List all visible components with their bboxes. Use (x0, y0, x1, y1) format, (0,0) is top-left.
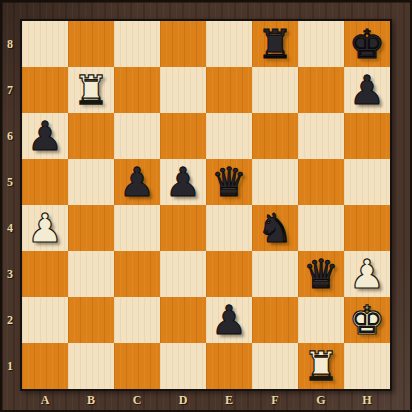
square-e6[interactable] (206, 113, 252, 159)
square-g7[interactable] (298, 67, 344, 113)
square-b5[interactable] (68, 159, 114, 205)
square-d5[interactable]: ♟ (160, 159, 206, 205)
square-b2[interactable] (68, 297, 114, 343)
square-d2[interactable] (160, 297, 206, 343)
file-label-e: E (206, 390, 252, 412)
square-f4[interactable]: ♞ (252, 205, 298, 251)
square-b6[interactable] (68, 113, 114, 159)
rank-label-2: 2 (0, 297, 20, 343)
square-h1[interactable] (344, 343, 390, 389)
piece-black-rook-f8[interactable]: ♜ (252, 21, 298, 67)
file-label-a: A (22, 390, 68, 412)
square-c1[interactable] (114, 343, 160, 389)
square-g1[interactable]: ♜ (298, 343, 344, 389)
square-c7[interactable] (114, 67, 160, 113)
square-e1[interactable] (206, 343, 252, 389)
square-g6[interactable] (298, 113, 344, 159)
piece-white-rook-g1[interactable]: ♜ (298, 343, 344, 389)
file-label-h: H (344, 390, 390, 412)
square-h7[interactable]: ♟ (344, 67, 390, 113)
square-g4[interactable] (298, 205, 344, 251)
piece-black-pawn-d5[interactable]: ♟ (160, 159, 206, 205)
square-a6[interactable]: ♟ (22, 113, 68, 159)
chessboard-app: 87654321 ♜♚♜♟♟♟♟♛♟♞♛♟♟♚♜ ABCDEFGH (0, 0, 412, 412)
square-h5[interactable] (344, 159, 390, 205)
square-e3[interactable] (206, 251, 252, 297)
square-g5[interactable] (298, 159, 344, 205)
piece-black-pawn-h7[interactable]: ♟ (344, 67, 390, 113)
file-label-d: D (160, 390, 206, 412)
square-c8[interactable] (114, 21, 160, 67)
square-f5[interactable] (252, 159, 298, 205)
square-a4[interactable]: ♟ (22, 205, 68, 251)
rank-label-3: 3 (0, 251, 20, 297)
piece-black-queen-e5[interactable]: ♛ (206, 159, 252, 205)
square-g8[interactable] (298, 21, 344, 67)
piece-black-pawn-a6[interactable]: ♟ (22, 113, 68, 159)
piece-black-king-h8[interactable]: ♚ (344, 21, 390, 67)
piece-black-knight-f4[interactable]: ♞ (252, 205, 298, 251)
square-e2[interactable]: ♟ (206, 297, 252, 343)
square-a1[interactable] (22, 343, 68, 389)
square-d4[interactable] (160, 205, 206, 251)
square-f6[interactable] (252, 113, 298, 159)
square-a2[interactable] (22, 297, 68, 343)
file-label-f: F (252, 390, 298, 412)
square-e7[interactable] (206, 67, 252, 113)
square-b4[interactable] (68, 205, 114, 251)
square-a5[interactable] (22, 159, 68, 205)
square-c2[interactable] (114, 297, 160, 343)
piece-black-pawn-e2[interactable]: ♟ (206, 297, 252, 343)
square-c5[interactable]: ♟ (114, 159, 160, 205)
square-b8[interactable] (68, 21, 114, 67)
square-d8[interactable] (160, 21, 206, 67)
rank-labels: 87654321 (0, 21, 20, 389)
square-c6[interactable] (114, 113, 160, 159)
square-f3[interactable] (252, 251, 298, 297)
square-f2[interactable] (252, 297, 298, 343)
square-e4[interactable] (206, 205, 252, 251)
piece-white-pawn-h3[interactable]: ♟ (344, 251, 390, 297)
square-a8[interactable] (22, 21, 68, 67)
square-f8[interactable]: ♜ (252, 21, 298, 67)
square-h3[interactable]: ♟ (344, 251, 390, 297)
piece-black-pawn-c5[interactable]: ♟ (114, 159, 160, 205)
square-d7[interactable] (160, 67, 206, 113)
rank-label-7: 7 (0, 67, 20, 113)
square-h8[interactable]: ♚ (344, 21, 390, 67)
square-a7[interactable] (22, 67, 68, 113)
square-b3[interactable] (68, 251, 114, 297)
square-b7[interactable]: ♜ (68, 67, 114, 113)
piece-black-queen-g3[interactable]: ♛ (298, 251, 344, 297)
board: ♜♚♜♟♟♟♟♛♟♞♛♟♟♚♜ (20, 19, 392, 391)
square-b1[interactable] (68, 343, 114, 389)
square-g3[interactable]: ♛ (298, 251, 344, 297)
square-g2[interactable] (298, 297, 344, 343)
square-h2[interactable]: ♚ (344, 297, 390, 343)
file-label-b: B (68, 390, 114, 412)
rank-label-4: 4 (0, 205, 20, 251)
square-a3[interactable] (22, 251, 68, 297)
rank-label-8: 8 (0, 21, 20, 67)
file-label-g: G (298, 390, 344, 412)
piece-white-king-h2[interactable]: ♚ (344, 297, 390, 343)
rank-label-6: 6 (0, 113, 20, 159)
square-h4[interactable] (344, 205, 390, 251)
square-h6[interactable] (344, 113, 390, 159)
square-f7[interactable] (252, 67, 298, 113)
file-labels: ABCDEFGH (22, 390, 390, 412)
square-e8[interactable] (206, 21, 252, 67)
file-label-c: C (114, 390, 160, 412)
square-e5[interactable]: ♛ (206, 159, 252, 205)
square-d6[interactable] (160, 113, 206, 159)
square-d3[interactable] (160, 251, 206, 297)
square-d1[interactable] (160, 343, 206, 389)
rank-label-5: 5 (0, 159, 20, 205)
piece-white-pawn-a4[interactable]: ♟ (22, 205, 68, 251)
rank-label-1: 1 (0, 343, 20, 389)
square-f1[interactable] (252, 343, 298, 389)
piece-white-rook-b7[interactable]: ♜ (68, 67, 114, 113)
square-c4[interactable] (114, 205, 160, 251)
square-c3[interactable] (114, 251, 160, 297)
